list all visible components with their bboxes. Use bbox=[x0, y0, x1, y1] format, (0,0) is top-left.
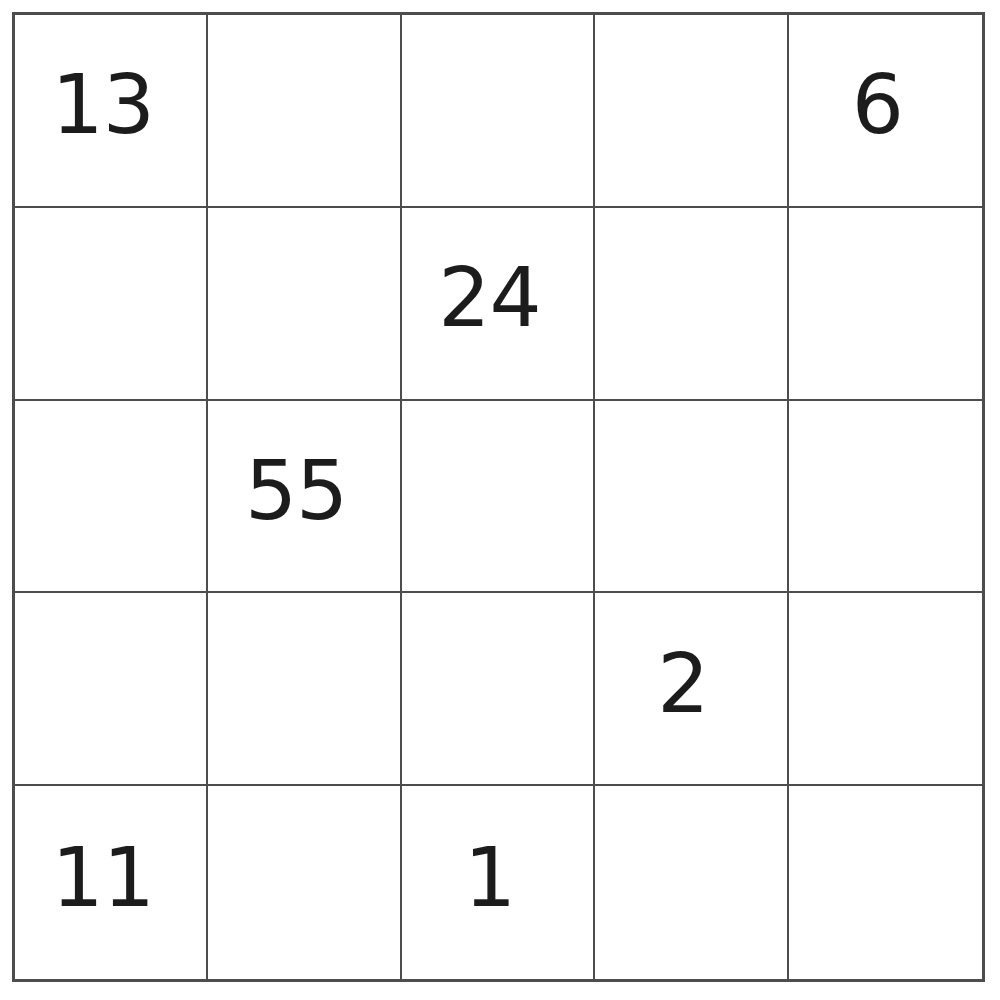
grid-cell-r1c4[interactable] bbox=[595, 15, 788, 208]
grid-cell-r3c5[interactable] bbox=[789, 401, 982, 594]
grid-cell-r4c2[interactable] bbox=[208, 593, 401, 786]
given-number: 2 bbox=[657, 643, 708, 725]
grid-cell-r3c3[interactable] bbox=[402, 401, 595, 594]
grid-cell-r4c4: 2 bbox=[595, 593, 788, 786]
grid-cell-r2c4[interactable] bbox=[595, 208, 788, 401]
grid-cell-r5c4[interactable] bbox=[595, 786, 788, 979]
grid-cell-r5c2[interactable] bbox=[208, 786, 401, 979]
grid-cell-r2c5[interactable] bbox=[789, 208, 982, 401]
given-number: 24 bbox=[438, 257, 540, 339]
grid-cell-r1c3[interactable] bbox=[402, 15, 595, 208]
grid-cell-r3c2: 55 bbox=[208, 401, 401, 594]
grid-cell-r2c1[interactable] bbox=[15, 208, 208, 401]
grid-cell-r4c1[interactable] bbox=[15, 593, 208, 786]
grid-cell-r3c1[interactable] bbox=[15, 401, 208, 594]
grid-cell-r1c5: 6 bbox=[789, 15, 982, 208]
grid-cell-r3c4[interactable] bbox=[595, 401, 788, 594]
given-number: 55 bbox=[245, 450, 347, 532]
grid-cell-r1c2[interactable] bbox=[208, 15, 401, 208]
given-number: 1 bbox=[464, 837, 515, 919]
number-grid: 13624552111 bbox=[12, 12, 985, 982]
grid-cell-r1c1: 13 bbox=[15, 15, 208, 208]
grid-cell-r2c3: 24 bbox=[402, 208, 595, 401]
grid-cell-r5c1: 11 bbox=[15, 786, 208, 979]
given-number: 13 bbox=[52, 64, 154, 146]
given-number: 6 bbox=[852, 64, 903, 146]
grid-cell-r4c5[interactable] bbox=[789, 593, 982, 786]
grid-cell-r4c3[interactable] bbox=[402, 593, 595, 786]
grid-cell-r5c5[interactable] bbox=[789, 786, 982, 979]
grid-cell-r2c2[interactable] bbox=[208, 208, 401, 401]
grid-cell-r5c3: 1 bbox=[402, 786, 595, 979]
given-number: 11 bbox=[52, 837, 154, 919]
puzzle-board: 13624552111 bbox=[12, 12, 985, 982]
